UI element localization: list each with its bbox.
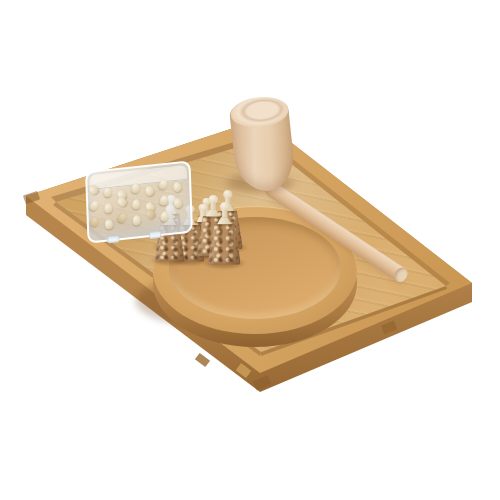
spare-peg xyxy=(132,199,141,209)
mallet-head-top-face xyxy=(229,94,290,130)
peg-tip-base xyxy=(217,217,231,225)
spare-peg xyxy=(160,211,169,222)
peg-box-latch xyxy=(107,235,119,243)
cork-body xyxy=(208,224,240,265)
spare-peg xyxy=(89,216,101,228)
spare-peg xyxy=(88,199,100,212)
cork-peg-r2c1 xyxy=(207,201,242,268)
plastic-peg-box xyxy=(85,160,193,243)
spare-peg xyxy=(104,218,114,230)
spare-peg xyxy=(158,178,169,190)
spare-peg xyxy=(172,197,183,210)
spare-peg xyxy=(131,183,141,194)
spare-peg xyxy=(159,195,169,207)
spare-peg xyxy=(103,187,111,197)
spare-peg xyxy=(104,203,113,214)
product-photo-stage xyxy=(0,0,500,500)
tray-rim-notch xyxy=(195,353,210,367)
spare-peg xyxy=(133,215,141,226)
spare-peg xyxy=(144,184,155,197)
peg-tip-neck xyxy=(221,210,226,218)
spare-peg xyxy=(116,211,128,224)
spare-pegs xyxy=(91,177,188,239)
spare-peg xyxy=(172,181,182,193)
peg-box-latch xyxy=(149,231,161,239)
